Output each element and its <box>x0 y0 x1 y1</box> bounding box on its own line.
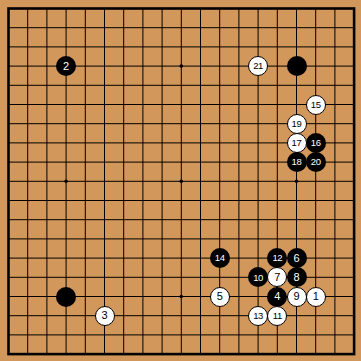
stone-white-move-3[interactable]: 3 <box>95 306 115 326</box>
go-board[interactable]: 123456789101112131415161718192021 <box>0 0 361 361</box>
stone-white-move-5[interactable]: 5 <box>210 287 230 307</box>
stone-black-move-20[interactable]: 20 <box>306 152 326 172</box>
stone-white-move-13[interactable]: 13 <box>248 306 268 326</box>
star-point <box>180 64 184 68</box>
stone-black-setup[interactable] <box>287 56 307 76</box>
stone-black-move-8[interactable]: 8 <box>287 267 307 287</box>
stone-black-move-6[interactable]: 6 <box>287 248 307 268</box>
stone-black-move-16[interactable]: 16 <box>306 133 326 153</box>
stone-white-move-15[interactable]: 15 <box>306 95 326 115</box>
stone-white-move-19[interactable]: 19 <box>287 114 307 134</box>
star-point <box>180 295 184 299</box>
stone-white-move-9[interactable]: 9 <box>287 287 307 307</box>
stone-black-move-18[interactable]: 18 <box>287 152 307 172</box>
stone-white-move-1[interactable]: 1 <box>306 287 326 307</box>
go-diagram: 123456789101112131415161718192021 <box>0 0 361 361</box>
star-point <box>180 180 184 184</box>
board-grid <box>0 0 361 361</box>
stone-white-move-11[interactable]: 11 <box>267 306 287 326</box>
star-point <box>64 180 68 184</box>
stone-white-move-17[interactable]: 17 <box>287 133 307 153</box>
stone-black-move-14[interactable]: 14 <box>210 248 230 268</box>
star-point <box>295 180 299 184</box>
stone-black-move-4[interactable]: 4 <box>267 287 287 307</box>
stone-black-setup[interactable] <box>56 287 76 307</box>
